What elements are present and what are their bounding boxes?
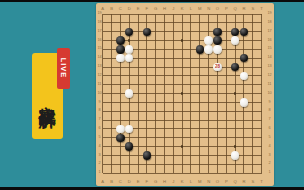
letterbox-bottom bbox=[0, 187, 304, 190]
cell-E9 bbox=[134, 98, 143, 107]
cell-M16 bbox=[195, 36, 204, 45]
cell-L16 bbox=[187, 36, 196, 45]
cell-O12 bbox=[213, 72, 222, 81]
column-label: Q bbox=[231, 180, 240, 184]
cell-L11 bbox=[187, 80, 196, 89]
cell-A4 bbox=[98, 142, 107, 151]
cell-H3 bbox=[160, 151, 169, 160]
cell-M5 bbox=[195, 133, 204, 142]
cell-F14 bbox=[142, 54, 151, 63]
cell-C9 bbox=[116, 98, 125, 107]
cell-N2 bbox=[204, 160, 213, 169]
cell-L1 bbox=[187, 169, 196, 178]
cell-O19 bbox=[213, 10, 222, 19]
cell-C19 bbox=[116, 10, 125, 19]
cell-H2 bbox=[160, 160, 169, 169]
cell-L3 bbox=[187, 151, 196, 160]
cell-P10 bbox=[222, 89, 231, 98]
cell-B11 bbox=[107, 80, 116, 89]
row-label: 14 bbox=[267, 54, 273, 63]
black-stone-D17 bbox=[125, 28, 133, 36]
cell-R19 bbox=[240, 10, 249, 19]
black-stone-R14 bbox=[240, 54, 248, 62]
row-label: 15 bbox=[267, 45, 273, 54]
cell-P13 bbox=[222, 63, 231, 72]
white-stone-Q3 bbox=[231, 151, 239, 159]
cell-A13 bbox=[98, 63, 107, 72]
row-label: 8 bbox=[267, 107, 273, 116]
cell-S2 bbox=[248, 160, 257, 169]
cell-O13: 28 bbox=[213, 63, 222, 72]
column-label: N bbox=[204, 180, 213, 184]
column-label: E bbox=[134, 180, 143, 184]
cell-D2 bbox=[125, 160, 134, 169]
row-label: 18 bbox=[267, 18, 273, 27]
cell-N3 bbox=[204, 151, 213, 160]
cell-F12 bbox=[142, 72, 151, 81]
cell-Q17 bbox=[231, 27, 240, 36]
cell-B6 bbox=[107, 125, 116, 134]
cell-M4 bbox=[195, 142, 204, 151]
cell-F8 bbox=[142, 107, 151, 116]
cell-D6 bbox=[125, 125, 134, 134]
cell-C16 bbox=[116, 36, 125, 45]
cell-E18 bbox=[134, 18, 143, 27]
cell-D14 bbox=[125, 54, 134, 63]
cell-S12 bbox=[248, 72, 257, 81]
black-stone-O17 bbox=[213, 28, 221, 36]
cell-J7 bbox=[169, 116, 178, 125]
column-label: J bbox=[169, 180, 178, 184]
column-label: A bbox=[98, 180, 107, 184]
cell-R17 bbox=[240, 27, 249, 36]
cell-C5 bbox=[116, 133, 125, 142]
cell-L13 bbox=[187, 63, 196, 72]
row-label: 9 bbox=[267, 98, 273, 107]
white-stone-N16 bbox=[204, 36, 212, 44]
cell-R4 bbox=[240, 142, 249, 151]
cell-E2 bbox=[134, 160, 143, 169]
cell-N18 bbox=[204, 18, 213, 27]
black-stone-C15 bbox=[116, 45, 124, 53]
cell-T18 bbox=[257, 18, 266, 27]
cell-K11 bbox=[178, 80, 187, 89]
cell-Q16 bbox=[231, 36, 240, 45]
cell-B3 bbox=[107, 151, 116, 160]
cell-P18 bbox=[222, 18, 231, 27]
cell-T8 bbox=[257, 107, 266, 116]
cell-F11 bbox=[142, 80, 151, 89]
last-move-number: 28 bbox=[215, 65, 220, 70]
cell-J18 bbox=[169, 18, 178, 27]
cell-J17 bbox=[169, 27, 178, 36]
cell-G13 bbox=[151, 63, 160, 72]
row-label: 12 bbox=[267, 72, 273, 81]
cell-O11 bbox=[213, 80, 222, 89]
black-stone-F17 bbox=[143, 28, 151, 36]
white-stone-Q16 bbox=[231, 36, 239, 44]
cell-B8 bbox=[107, 107, 116, 116]
cell-R2 bbox=[240, 160, 249, 169]
cell-T6 bbox=[257, 125, 266, 134]
banner-title-text: 实战讲解 bbox=[32, 92, 63, 100]
row-label: 5 bbox=[267, 133, 273, 142]
cell-O6 bbox=[213, 125, 222, 134]
cell-J15 bbox=[169, 45, 178, 54]
column-labels-bottom: ABCDEFGHJKLMNOPQRST bbox=[98, 180, 266, 184]
column-label: S bbox=[248, 180, 257, 184]
cell-G14 bbox=[151, 54, 160, 63]
cell-G1 bbox=[151, 169, 160, 178]
cell-B12 bbox=[107, 72, 116, 81]
cell-N17 bbox=[204, 27, 213, 36]
cell-H13 bbox=[160, 63, 169, 72]
cell-K12 bbox=[178, 72, 187, 81]
cell-A15 bbox=[98, 45, 107, 54]
cell-P6 bbox=[222, 125, 231, 134]
cell-Q5 bbox=[231, 133, 240, 142]
row-labels-right: 19181716151413121110987654321 bbox=[267, 10, 273, 178]
column-label: G bbox=[151, 180, 160, 184]
white-stone-D6 bbox=[125, 125, 133, 133]
row-label: 17 bbox=[267, 27, 273, 36]
cell-H4 bbox=[160, 142, 169, 151]
cell-R8 bbox=[240, 107, 249, 116]
cell-K14 bbox=[178, 54, 187, 63]
cell-K5 bbox=[178, 133, 187, 142]
row-label: 4 bbox=[267, 142, 273, 151]
cell-K15 bbox=[178, 45, 187, 54]
cell-D11 bbox=[125, 80, 134, 89]
cell-F1 bbox=[142, 169, 151, 178]
cell-K17 bbox=[178, 27, 187, 36]
cell-T2 bbox=[257, 160, 266, 169]
cell-H16 bbox=[160, 36, 169, 45]
cell-T4 bbox=[257, 142, 266, 151]
cell-C12 bbox=[116, 72, 125, 81]
cell-B14 bbox=[107, 54, 116, 63]
cell-T3 bbox=[257, 151, 266, 160]
cell-L9 bbox=[187, 98, 196, 107]
cell-R9 bbox=[240, 98, 249, 107]
cell-J6 bbox=[169, 125, 178, 134]
cell-N1 bbox=[204, 169, 213, 178]
cell-F17 bbox=[142, 27, 151, 36]
cell-B10 bbox=[107, 89, 116, 98]
cell-L14 bbox=[187, 54, 196, 63]
cell-P11 bbox=[222, 80, 231, 89]
cell-P4 bbox=[222, 142, 231, 151]
cell-O4 bbox=[213, 142, 222, 151]
cell-K6 bbox=[178, 125, 187, 134]
cell-H18 bbox=[160, 18, 169, 27]
white-stone-R12 bbox=[240, 72, 248, 80]
cell-D18 bbox=[125, 18, 134, 27]
cell-T5 bbox=[257, 133, 266, 142]
cell-G3 bbox=[151, 151, 160, 160]
white-stone-R9 bbox=[240, 98, 248, 106]
cell-C15 bbox=[116, 45, 125, 54]
cell-P8 bbox=[222, 107, 231, 116]
cell-G10 bbox=[151, 89, 160, 98]
cell-S10 bbox=[248, 89, 257, 98]
cell-R5 bbox=[240, 133, 249, 142]
cell-O18 bbox=[213, 18, 222, 27]
cell-E10 bbox=[134, 89, 143, 98]
cell-F13 bbox=[142, 63, 151, 72]
cell-E13 bbox=[134, 63, 143, 72]
cell-S1 bbox=[248, 169, 257, 178]
cell-M17 bbox=[195, 27, 204, 36]
cell-H11 bbox=[160, 80, 169, 89]
cell-S18 bbox=[248, 18, 257, 27]
cell-K3 bbox=[178, 151, 187, 160]
cell-Q9 bbox=[231, 98, 240, 107]
cell-S6 bbox=[248, 125, 257, 134]
cell-F10 bbox=[142, 89, 151, 98]
cell-O3 bbox=[213, 151, 222, 160]
cell-L19 bbox=[187, 10, 196, 19]
cell-D19 bbox=[125, 10, 134, 19]
cell-P12 bbox=[222, 72, 231, 81]
cell-A9 bbox=[98, 98, 107, 107]
column-label: M bbox=[195, 180, 204, 184]
cell-L18 bbox=[187, 18, 196, 27]
row-label: 19 bbox=[267, 10, 273, 19]
white-stone-D15 bbox=[125, 45, 133, 53]
cell-Q19 bbox=[231, 10, 240, 19]
cell-E11 bbox=[134, 80, 143, 89]
cell-D7 bbox=[125, 116, 134, 125]
cell-N7 bbox=[204, 116, 213, 125]
cell-L5 bbox=[187, 133, 196, 142]
cell-S7 bbox=[248, 116, 257, 125]
cell-T19 bbox=[257, 10, 266, 19]
cell-C8 bbox=[116, 107, 125, 116]
cell-A6 bbox=[98, 125, 107, 134]
cell-A5 bbox=[98, 133, 107, 142]
cell-K19 bbox=[178, 10, 187, 19]
cell-S15 bbox=[248, 45, 257, 54]
cell-N14 bbox=[204, 54, 213, 63]
cell-P2 bbox=[222, 160, 231, 169]
cell-S8 bbox=[248, 107, 257, 116]
cell-T10 bbox=[257, 89, 266, 98]
cell-F3 bbox=[142, 151, 151, 160]
cell-A10 bbox=[98, 89, 107, 98]
cell-R12 bbox=[240, 72, 249, 81]
cell-D1 bbox=[125, 169, 134, 178]
cell-L10 bbox=[187, 89, 196, 98]
cell-Q14 bbox=[231, 54, 240, 63]
cell-G15 bbox=[151, 45, 160, 54]
cell-M13 bbox=[195, 63, 204, 72]
cell-L6 bbox=[187, 125, 196, 134]
cell-F15 bbox=[142, 45, 151, 54]
cell-C6 bbox=[116, 125, 125, 134]
cell-D12 bbox=[125, 72, 134, 81]
cell-M10 bbox=[195, 89, 204, 98]
cell-H10 bbox=[160, 89, 169, 98]
row-label: 6 bbox=[267, 125, 273, 134]
cell-E5 bbox=[134, 133, 143, 142]
letterbox-top bbox=[0, 0, 304, 2]
cell-S5 bbox=[248, 133, 257, 142]
cell-D10 bbox=[125, 89, 134, 98]
cell-O8 bbox=[213, 107, 222, 116]
cell-K1 bbox=[178, 169, 187, 178]
cell-G6 bbox=[151, 125, 160, 134]
board-grid: 28 bbox=[98, 10, 266, 178]
white-stone-C14 bbox=[116, 54, 124, 62]
cell-M15 bbox=[195, 45, 204, 54]
cell-A3 bbox=[98, 151, 107, 160]
cell-F4 bbox=[142, 142, 151, 151]
cell-M6 bbox=[195, 125, 204, 134]
cell-C4 bbox=[116, 142, 125, 151]
cell-E19 bbox=[134, 10, 143, 19]
cell-O15 bbox=[213, 45, 222, 54]
cell-E16 bbox=[134, 36, 143, 45]
cell-F9 bbox=[142, 98, 151, 107]
cell-C14 bbox=[116, 54, 125, 63]
cell-S19 bbox=[248, 10, 257, 19]
cell-E14 bbox=[134, 54, 143, 63]
cell-S17 bbox=[248, 27, 257, 36]
cell-J8 bbox=[169, 107, 178, 116]
cell-T16 bbox=[257, 36, 266, 45]
cell-E1 bbox=[134, 169, 143, 178]
cell-M18 bbox=[195, 18, 204, 27]
cell-C13 bbox=[116, 63, 125, 72]
cell-J16 bbox=[169, 36, 178, 45]
cell-N16 bbox=[204, 36, 213, 45]
cell-A11 bbox=[98, 80, 107, 89]
cell-D8 bbox=[125, 107, 134, 116]
cell-B5 bbox=[107, 133, 116, 142]
cell-O7 bbox=[213, 116, 222, 125]
cell-G5 bbox=[151, 133, 160, 142]
cell-G17 bbox=[151, 27, 160, 36]
white-stone-O13: 28 bbox=[213, 63, 221, 71]
cell-A18 bbox=[98, 18, 107, 27]
black-stone-Q13 bbox=[231, 63, 239, 71]
cell-P9 bbox=[222, 98, 231, 107]
cell-J14 bbox=[169, 54, 178, 63]
cell-F16 bbox=[142, 36, 151, 45]
cell-K7 bbox=[178, 116, 187, 125]
cell-T17 bbox=[257, 27, 266, 36]
black-stone-D4 bbox=[125, 142, 133, 150]
black-stone-C16 bbox=[116, 36, 124, 44]
cell-N19 bbox=[204, 10, 213, 19]
cell-Q12 bbox=[231, 72, 240, 81]
cell-F7 bbox=[142, 116, 151, 125]
column-label: K bbox=[178, 180, 187, 184]
cell-J19 bbox=[169, 10, 178, 19]
column-label: B bbox=[107, 180, 116, 184]
cell-C2 bbox=[116, 160, 125, 169]
cell-K10 bbox=[178, 89, 187, 98]
cell-S13 bbox=[248, 63, 257, 72]
column-label: C bbox=[116, 180, 125, 184]
cell-B13 bbox=[107, 63, 116, 72]
cell-F18 bbox=[142, 18, 151, 27]
cell-F2 bbox=[142, 160, 151, 169]
cell-S9 bbox=[248, 98, 257, 107]
cell-Q8 bbox=[231, 107, 240, 116]
cell-H15 bbox=[160, 45, 169, 54]
white-stone-D14 bbox=[125, 54, 133, 62]
cell-S16 bbox=[248, 36, 257, 45]
cell-B18 bbox=[107, 18, 116, 27]
cell-K13 bbox=[178, 63, 187, 72]
live-badge: LIVE bbox=[57, 48, 70, 89]
cell-M12 bbox=[195, 72, 204, 81]
cell-L12 bbox=[187, 72, 196, 81]
cell-N5 bbox=[204, 133, 213, 142]
black-stone-C5 bbox=[116, 134, 124, 142]
cell-C18 bbox=[116, 18, 125, 27]
cell-K18 bbox=[178, 18, 187, 27]
cell-C11 bbox=[116, 80, 125, 89]
cell-P5 bbox=[222, 133, 231, 142]
cell-O5 bbox=[213, 133, 222, 142]
black-stone-R17 bbox=[240, 28, 248, 36]
cell-T7 bbox=[257, 116, 266, 125]
column-label: L bbox=[187, 180, 196, 184]
cell-N6 bbox=[204, 125, 213, 134]
cell-C17 bbox=[116, 27, 125, 36]
cell-M7 bbox=[195, 116, 204, 125]
cell-T14 bbox=[257, 54, 266, 63]
cell-C1 bbox=[116, 169, 125, 178]
cell-R10 bbox=[240, 89, 249, 98]
cell-K9 bbox=[178, 98, 187, 107]
cell-C7 bbox=[116, 116, 125, 125]
cell-M19 bbox=[195, 10, 204, 19]
cell-T15 bbox=[257, 45, 266, 54]
row-label: 2 bbox=[267, 160, 273, 169]
cell-O16 bbox=[213, 36, 222, 45]
cell-P17 bbox=[222, 27, 231, 36]
row-label: 11 bbox=[267, 80, 273, 89]
cell-R15 bbox=[240, 45, 249, 54]
cell-P1 bbox=[222, 169, 231, 178]
cell-M11 bbox=[195, 80, 204, 89]
cell-M2 bbox=[195, 160, 204, 169]
cell-J1 bbox=[169, 169, 178, 178]
cell-Q18 bbox=[231, 18, 240, 27]
cell-E17 bbox=[134, 27, 143, 36]
cell-B17 bbox=[107, 27, 116, 36]
cell-A16 bbox=[98, 36, 107, 45]
cell-H19 bbox=[160, 10, 169, 19]
cell-N12 bbox=[204, 72, 213, 81]
cell-D9 bbox=[125, 98, 134, 107]
cell-O17 bbox=[213, 27, 222, 36]
cell-Q7 bbox=[231, 116, 240, 125]
cell-J2 bbox=[169, 160, 178, 169]
cell-E8 bbox=[134, 107, 143, 116]
cell-Q15 bbox=[231, 45, 240, 54]
cell-B1 bbox=[107, 169, 116, 178]
row-label: 1 bbox=[267, 169, 273, 178]
cell-D4 bbox=[125, 142, 134, 151]
cell-A1 bbox=[98, 169, 107, 178]
cell-R16 bbox=[240, 36, 249, 45]
cell-G16 bbox=[151, 36, 160, 45]
